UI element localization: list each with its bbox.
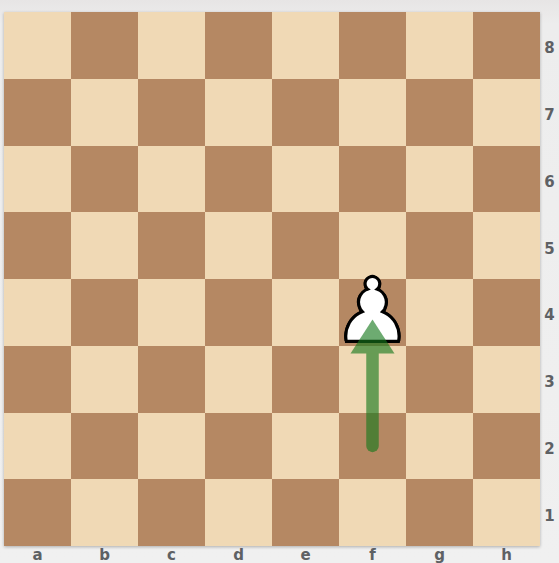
chess-board[interactable]: ♟ <box>4 12 540 546</box>
square-d7[interactable] <box>205 79 272 146</box>
rank-label-1: 1 <box>540 479 559 546</box>
square-e4[interactable] <box>272 279 339 346</box>
square-h6[interactable] <box>473 146 540 213</box>
chess-board-widget: ♟ 87654321 abcdefgh <box>0 0 559 563</box>
square-g3[interactable] <box>406 346 473 413</box>
square-d8[interactable] <box>205 12 272 79</box>
rank-label-5: 5 <box>540 212 559 279</box>
square-b7[interactable] <box>71 79 138 146</box>
square-f1[interactable] <box>339 479 406 546</box>
square-h2[interactable] <box>473 413 540 480</box>
square-d6[interactable] <box>205 146 272 213</box>
square-a3[interactable] <box>4 346 71 413</box>
square-b3[interactable] <box>71 346 138 413</box>
file-label-e: e <box>272 546 339 563</box>
square-g6[interactable] <box>406 146 473 213</box>
square-c3[interactable] <box>138 346 205 413</box>
square-e2[interactable] <box>272 413 339 480</box>
square-h1[interactable] <box>473 479 540 546</box>
rank-label-8: 8 <box>540 12 559 79</box>
file-label-h: h <box>473 546 540 563</box>
file-label-c: c <box>138 546 205 563</box>
square-b1[interactable] <box>71 479 138 546</box>
square-g8[interactable] <box>406 12 473 79</box>
square-f8[interactable] <box>339 12 406 79</box>
square-b8[interactable] <box>71 12 138 79</box>
rank-label-7: 7 <box>540 79 559 146</box>
square-b2[interactable] <box>71 413 138 480</box>
square-g1[interactable] <box>406 479 473 546</box>
square-a7[interactable] <box>4 79 71 146</box>
square-g7[interactable] <box>406 79 473 146</box>
square-d2[interactable] <box>205 413 272 480</box>
square-c5[interactable] <box>138 212 205 279</box>
file-coordinates: abcdefgh <box>4 546 540 563</box>
square-e7[interactable] <box>272 79 339 146</box>
square-f4[interactable]: ♟ <box>339 279 406 346</box>
square-b5[interactable] <box>71 212 138 279</box>
square-d5[interactable] <box>205 212 272 279</box>
rank-label-6: 6 <box>540 146 559 213</box>
square-e3[interactable] <box>272 346 339 413</box>
square-b4[interactable] <box>71 279 138 346</box>
square-h8[interactable] <box>473 12 540 79</box>
square-f2[interactable] <box>339 413 406 480</box>
square-g4[interactable] <box>406 279 473 346</box>
square-c1[interactable] <box>138 479 205 546</box>
file-label-a: a <box>4 546 71 563</box>
square-d3[interactable] <box>205 346 272 413</box>
square-h3[interactable] <box>473 346 540 413</box>
square-a5[interactable] <box>4 212 71 279</box>
rank-label-2: 2 <box>540 413 559 480</box>
file-label-b: b <box>71 546 138 563</box>
rank-label-4: 4 <box>540 279 559 346</box>
square-a1[interactable] <box>4 479 71 546</box>
white-pawn[interactable]: ♟ <box>339 278 406 345</box>
square-h4[interactable] <box>473 279 540 346</box>
file-label-d: d <box>205 546 272 563</box>
square-d1[interactable] <box>205 479 272 546</box>
square-g2[interactable] <box>406 413 473 480</box>
square-a2[interactable] <box>4 413 71 480</box>
square-c2[interactable] <box>138 413 205 480</box>
square-a8[interactable] <box>4 12 71 79</box>
square-e8[interactable] <box>272 12 339 79</box>
square-c7[interactable] <box>138 79 205 146</box>
rank-coordinates: 87654321 <box>540 12 559 546</box>
square-h7[interactable] <box>473 79 540 146</box>
square-f7[interactable] <box>339 79 406 146</box>
square-h5[interactable] <box>473 212 540 279</box>
square-d4[interactable] <box>205 279 272 346</box>
square-c4[interactable] <box>138 279 205 346</box>
rank-label-3: 3 <box>540 346 559 413</box>
square-c8[interactable] <box>138 12 205 79</box>
square-e6[interactable] <box>272 146 339 213</box>
square-e5[interactable] <box>272 212 339 279</box>
square-e1[interactable] <box>272 479 339 546</box>
square-g5[interactable] <box>406 212 473 279</box>
square-b6[interactable] <box>71 146 138 213</box>
square-a4[interactable] <box>4 279 71 346</box>
square-a6[interactable] <box>4 146 71 213</box>
file-label-g: g <box>406 546 473 563</box>
square-c6[interactable] <box>138 146 205 213</box>
square-f6[interactable] <box>339 146 406 213</box>
file-label-f: f <box>339 546 406 563</box>
